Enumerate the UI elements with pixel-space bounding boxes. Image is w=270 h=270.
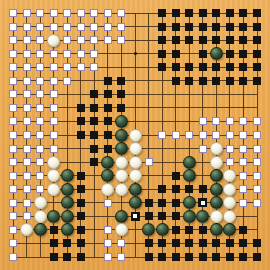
white-stone-R4[interactable] bbox=[223, 210, 236, 223]
black-territory-mark-H14[interactable] bbox=[104, 77, 112, 85]
white-territory-mark-J17[interactable] bbox=[117, 36, 125, 44]
white-territory-mark-C17[interactable] bbox=[36, 36, 44, 44]
white-territory-mark-A16[interactable] bbox=[9, 50, 17, 58]
black-territory-mark-N18[interactable] bbox=[172, 23, 180, 31]
white-territory-mark-A14[interactable] bbox=[9, 77, 17, 85]
black-stone-D4[interactable] bbox=[47, 210, 60, 223]
black-territory-mark-P17[interactable] bbox=[199, 36, 207, 44]
black-territory-mark-T2[interactable] bbox=[253, 239, 261, 247]
black-territory-mark-P15[interactable] bbox=[199, 63, 207, 71]
white-territory-mark-B5[interactable] bbox=[23, 199, 31, 207]
white-territory-mark-F18[interactable] bbox=[77, 23, 85, 31]
black-territory-mark-F6[interactable] bbox=[77, 185, 85, 193]
black-stone-Q7[interactable] bbox=[210, 169, 223, 182]
white-stone-Q8[interactable] bbox=[210, 156, 223, 169]
white-territory-mark-M10[interactable] bbox=[158, 131, 166, 139]
white-territory-mark-G17[interactable] bbox=[90, 36, 98, 44]
hoshi-point-K16 bbox=[134, 52, 137, 55]
black-territory-mark-L2[interactable] bbox=[145, 239, 153, 247]
black-territory-mark-F12[interactable] bbox=[77, 104, 85, 112]
black-territory-mark-E2[interactable] bbox=[63, 239, 71, 247]
white-territory-mark-A10[interactable] bbox=[9, 131, 17, 139]
black-territory-mark-E1[interactable] bbox=[63, 253, 71, 261]
white-territory-mark-E18[interactable] bbox=[63, 23, 71, 31]
black-stone-O7[interactable] bbox=[183, 169, 196, 182]
black-stone-Q5[interactable] bbox=[210, 196, 223, 209]
black-territory-mark-S18[interactable] bbox=[239, 23, 247, 31]
white-territory-mark-A13[interactable] bbox=[9, 90, 17, 98]
black-territory-mark-P6[interactable] bbox=[199, 185, 207, 193]
white-territory-mark-B15[interactable] bbox=[23, 63, 31, 71]
white-stone-C5[interactable] bbox=[34, 196, 47, 209]
black-stone-L3[interactable] bbox=[142, 223, 155, 236]
black-territory-mark-R14[interactable] bbox=[226, 77, 234, 85]
white-territory-mark-A5[interactable] bbox=[9, 199, 17, 207]
white-territory-mark-B7[interactable] bbox=[23, 172, 31, 180]
black-territory-mark-T19[interactable] bbox=[253, 9, 261, 17]
white-territory-mark-D12[interactable] bbox=[50, 104, 58, 112]
black-stone-J10[interactable] bbox=[115, 129, 128, 142]
black-territory-mark-P2[interactable] bbox=[199, 239, 207, 247]
white-territory-mark-E15[interactable] bbox=[63, 63, 71, 71]
white-territory-mark-F17[interactable] bbox=[77, 36, 85, 44]
black-territory-mark-Q14[interactable] bbox=[212, 77, 220, 85]
white-territory-mark-T10[interactable] bbox=[253, 131, 261, 139]
white-territory-mark-S5[interactable] bbox=[239, 199, 247, 207]
white-territory-mark-B16[interactable] bbox=[23, 50, 31, 58]
white-territory-mark-B14[interactable] bbox=[23, 77, 31, 85]
white-stone-D8[interactable] bbox=[47, 156, 60, 169]
black-territory-mark-F11[interactable] bbox=[77, 117, 85, 125]
black-territory-mark-Q19[interactable] bbox=[212, 9, 220, 17]
black-territory-mark-N16[interactable] bbox=[172, 50, 180, 58]
black-territory-mark-P14[interactable] bbox=[199, 77, 207, 85]
white-territory-mark-B18[interactable] bbox=[23, 23, 31, 31]
white-territory-mark-D16[interactable] bbox=[50, 50, 58, 58]
black-territory-mark-F5[interactable] bbox=[77, 199, 85, 207]
black-stone-Q3[interactable] bbox=[210, 223, 223, 236]
black-territory-mark-M18[interactable] bbox=[158, 23, 166, 31]
white-territory-mark-B4[interactable] bbox=[23, 212, 31, 220]
white-territory-mark-B17[interactable] bbox=[23, 36, 31, 44]
white-territory-mark-P9[interactable] bbox=[199, 145, 207, 153]
black-stone-C3[interactable] bbox=[34, 223, 47, 236]
white-territory-mark-N10[interactable] bbox=[172, 131, 180, 139]
black-territory-mark-S3[interactable] bbox=[239, 226, 247, 234]
black-stone-J9[interactable] bbox=[115, 142, 128, 155]
white-territory-mark-D19[interactable] bbox=[50, 9, 58, 17]
black-territory-mark-M2[interactable] bbox=[158, 239, 166, 247]
black-territory-mark-Q1[interactable] bbox=[212, 253, 220, 261]
white-stone-R6[interactable] bbox=[223, 183, 236, 196]
black-territory-mark-P19[interactable] bbox=[199, 9, 207, 17]
black-territory-mark-L4[interactable] bbox=[145, 212, 153, 220]
white-territory-mark-C10[interactable] bbox=[36, 131, 44, 139]
white-territory-mark-B10[interactable] bbox=[23, 131, 31, 139]
white-territory-mark-C15[interactable] bbox=[36, 63, 44, 71]
black-territory-mark-G13[interactable] bbox=[90, 90, 98, 98]
white-territory-mark-C19[interactable] bbox=[36, 9, 44, 17]
black-territory-mark-F10[interactable] bbox=[77, 131, 85, 139]
white-stone-J3[interactable] bbox=[115, 223, 128, 236]
black-territory-mark-T15[interactable] bbox=[253, 63, 261, 71]
black-stone-O8[interactable] bbox=[183, 156, 196, 169]
black-territory-mark-P16[interactable] bbox=[199, 50, 207, 58]
white-territory-mark-E16[interactable] bbox=[63, 50, 71, 58]
black-stone-E7[interactable] bbox=[61, 169, 74, 182]
white-territory-mark-S9[interactable] bbox=[239, 145, 247, 153]
white-stone-K8[interactable] bbox=[129, 156, 142, 169]
black-territory-mark-T16[interactable] bbox=[253, 50, 261, 58]
black-territory-mark-F1[interactable] bbox=[77, 253, 85, 261]
black-territory-mark-P18[interactable] bbox=[199, 23, 207, 31]
black-territory-mark-M17[interactable] bbox=[158, 36, 166, 44]
white-stone-J6[interactable] bbox=[115, 183, 128, 196]
black-territory-mark-R18[interactable] bbox=[226, 23, 234, 31]
black-territory-mark-D1[interactable] bbox=[50, 253, 58, 261]
white-territory-mark-A1[interactable] bbox=[9, 253, 17, 261]
white-territory-mark-A12[interactable] bbox=[9, 104, 17, 112]
marked-point-P5[interactable] bbox=[198, 198, 207, 207]
black-territory-mark-G11[interactable] bbox=[90, 117, 98, 125]
mark-center-dot bbox=[201, 201, 205, 205]
black-territory-mark-P3[interactable] bbox=[199, 226, 207, 234]
black-territory-mark-L5[interactable] bbox=[145, 199, 153, 207]
goban[interactable] bbox=[0, 0, 270, 270]
white-territory-mark-A7[interactable] bbox=[9, 172, 17, 180]
black-territory-mark-Q15[interactable] bbox=[212, 63, 220, 71]
white-territory-mark-H17[interactable] bbox=[104, 36, 112, 44]
black-stone-H8[interactable] bbox=[101, 156, 114, 169]
black-stone-Q6[interactable] bbox=[210, 183, 223, 196]
black-territory-mark-O14[interactable] bbox=[185, 77, 193, 85]
white-stone-J7[interactable] bbox=[115, 169, 128, 182]
white-territory-mark-R11[interactable] bbox=[226, 117, 234, 125]
white-territory-mark-S11[interactable] bbox=[239, 117, 247, 125]
black-territory-mark-S17[interactable] bbox=[239, 36, 247, 44]
white-territory-mark-G19[interactable] bbox=[90, 9, 98, 17]
white-territory-mark-D11[interactable] bbox=[50, 117, 58, 125]
white-territory-mark-A11[interactable] bbox=[9, 117, 17, 125]
white-stone-J8[interactable] bbox=[115, 156, 128, 169]
white-territory-mark-G18[interactable] bbox=[90, 23, 98, 31]
white-territory-mark-Q11[interactable] bbox=[212, 117, 220, 125]
white-territory-mark-B12[interactable] bbox=[23, 104, 31, 112]
black-territory-mark-R15[interactable] bbox=[226, 63, 234, 71]
black-territory-mark-M5[interactable] bbox=[158, 199, 166, 207]
white-territory-mark-P10[interactable] bbox=[199, 131, 207, 139]
black-stone-E6[interactable] bbox=[61, 183, 74, 196]
black-territory-mark-F4[interactable] bbox=[77, 212, 85, 220]
white-territory-mark-H18[interactable] bbox=[104, 23, 112, 31]
black-territory-mark-R17[interactable] bbox=[226, 36, 234, 44]
white-territory-mark-H3[interactable] bbox=[104, 226, 112, 234]
white-territory-mark-B13[interactable] bbox=[23, 90, 31, 98]
black-territory-mark-J12[interactable] bbox=[117, 104, 125, 112]
white-territory-mark-F16[interactable] bbox=[77, 50, 85, 58]
black-territory-mark-R16[interactable] bbox=[226, 50, 234, 58]
black-territory-mark-H12[interactable] bbox=[104, 104, 112, 112]
white-territory-mark-P11[interactable] bbox=[199, 117, 207, 125]
black-territory-mark-O17[interactable] bbox=[185, 36, 193, 44]
black-stone-Q16[interactable] bbox=[210, 47, 223, 60]
white-territory-mark-A4[interactable] bbox=[9, 212, 17, 220]
black-territory-mark-R1[interactable] bbox=[226, 253, 234, 261]
white-territory-mark-H5[interactable] bbox=[104, 199, 112, 207]
white-territory-mark-S7[interactable] bbox=[239, 172, 247, 180]
white-stone-R5[interactable] bbox=[223, 196, 236, 209]
black-territory-mark-T17[interactable] bbox=[253, 36, 261, 44]
white-territory-mark-B8[interactable] bbox=[23, 158, 31, 166]
black-territory-mark-F7[interactable] bbox=[77, 172, 85, 180]
white-territory-mark-E14[interactable] bbox=[63, 77, 71, 85]
black-territory-mark-S19[interactable] bbox=[239, 9, 247, 17]
black-stone-K5[interactable] bbox=[129, 196, 142, 209]
white-territory-mark-J19[interactable] bbox=[117, 9, 125, 17]
black-territory-mark-S2[interactable] bbox=[239, 239, 247, 247]
black-territory-mark-H11[interactable] bbox=[104, 117, 112, 125]
white-territory-mark-T11[interactable] bbox=[253, 117, 261, 125]
black-stone-P4[interactable] bbox=[196, 210, 209, 223]
white-territory-mark-H2[interactable] bbox=[104, 239, 112, 247]
white-territory-mark-J1[interactable] bbox=[117, 253, 125, 261]
black-territory-mark-N19[interactable] bbox=[172, 9, 180, 17]
white-territory-mark-T9[interactable] bbox=[253, 145, 261, 153]
white-territory-mark-H19[interactable] bbox=[104, 9, 112, 17]
white-territory-mark-T8[interactable] bbox=[253, 158, 261, 166]
black-territory-mark-N14[interactable] bbox=[172, 77, 180, 85]
white-territory-mark-R9[interactable] bbox=[226, 145, 234, 153]
black-territory-mark-O15[interactable] bbox=[185, 63, 193, 71]
black-territory-mark-G9[interactable] bbox=[90, 145, 98, 153]
black-territory-mark-J13[interactable] bbox=[117, 90, 125, 98]
black-territory-mark-Q17[interactable] bbox=[212, 36, 220, 44]
white-territory-mark-G15[interactable] bbox=[90, 63, 98, 71]
black-territory-mark-N5[interactable] bbox=[172, 199, 180, 207]
black-territory-mark-F3[interactable] bbox=[77, 226, 85, 234]
black-territory-mark-O3[interactable] bbox=[185, 226, 193, 234]
grid-vline bbox=[148, 13, 149, 257]
white-stone-K7[interactable] bbox=[129, 169, 142, 182]
white-territory-mark-C7[interactable] bbox=[36, 172, 44, 180]
white-stone-Q9[interactable] bbox=[210, 142, 223, 155]
black-territory-mark-O19[interactable] bbox=[185, 9, 193, 17]
black-territory-mark-N4[interactable] bbox=[172, 212, 180, 220]
black-territory-mark-L1[interactable] bbox=[145, 253, 153, 261]
white-territory-mark-O10[interactable] bbox=[185, 131, 193, 139]
black-territory-mark-T14[interactable] bbox=[253, 77, 261, 85]
black-territory-mark-G8[interactable] bbox=[90, 158, 98, 166]
black-territory-mark-G12[interactable] bbox=[90, 104, 98, 112]
white-territory-mark-J2[interactable] bbox=[117, 239, 125, 247]
black-stone-E4[interactable] bbox=[61, 210, 74, 223]
black-stone-J11[interactable] bbox=[115, 115, 128, 128]
black-territory-mark-T1[interactable] bbox=[253, 253, 261, 261]
white-territory-mark-T7[interactable] bbox=[253, 172, 261, 180]
black-territory-mark-N1[interactable] bbox=[172, 253, 180, 261]
black-stone-O4[interactable] bbox=[183, 210, 196, 223]
white-territory-mark-C11[interactable] bbox=[36, 117, 44, 125]
black-territory-mark-N7[interactable] bbox=[172, 172, 180, 180]
black-territory-mark-S1[interactable] bbox=[239, 253, 247, 261]
black-territory-mark-F2[interactable] bbox=[77, 239, 85, 247]
white-territory-mark-A19[interactable] bbox=[9, 9, 17, 17]
white-stone-R7[interactable] bbox=[223, 169, 236, 182]
black-territory-mark-O18[interactable] bbox=[185, 23, 193, 31]
black-territory-mark-R19[interactable] bbox=[226, 9, 234, 17]
white-stone-C4[interactable] bbox=[34, 210, 47, 223]
white-territory-mark-B19[interactable] bbox=[23, 9, 31, 17]
black-territory-mark-J14[interactable] bbox=[117, 77, 125, 85]
white-stone-D17[interactable] bbox=[47, 34, 60, 47]
white-territory-mark-D9[interactable] bbox=[50, 145, 58, 153]
black-territory-mark-T18[interactable] bbox=[253, 23, 261, 31]
marked-point-K4[interactable] bbox=[131, 212, 140, 221]
black-territory-mark-R2[interactable] bbox=[226, 239, 234, 247]
black-stone-R3[interactable] bbox=[223, 223, 236, 236]
black-territory-mark-S15[interactable] bbox=[239, 63, 247, 71]
white-territory-mark-S10[interactable] bbox=[239, 131, 247, 139]
black-territory-mark-Q18[interactable] bbox=[212, 23, 220, 31]
black-territory-mark-Q2[interactable] bbox=[212, 239, 220, 247]
white-territory-mark-B9[interactable] bbox=[23, 145, 31, 153]
white-stone-K10[interactable] bbox=[129, 129, 142, 142]
black-territory-mark-N3[interactable] bbox=[172, 226, 180, 234]
black-stone-K6[interactable] bbox=[129, 183, 142, 196]
black-territory-mark-D3[interactable] bbox=[50, 226, 58, 234]
white-territory-mark-D14[interactable] bbox=[50, 77, 58, 85]
white-territory-mark-A6[interactable] bbox=[9, 185, 17, 193]
white-territory-mark-R10[interactable] bbox=[226, 131, 234, 139]
black-territory-mark-M6[interactable] bbox=[158, 185, 166, 193]
white-territory-mark-C18[interactable] bbox=[36, 23, 44, 31]
white-territory-mark-C8[interactable] bbox=[36, 158, 44, 166]
black-territory-mark-O2[interactable] bbox=[185, 239, 193, 247]
white-territory-mark-J18[interactable] bbox=[117, 23, 125, 31]
white-territory-mark-T5[interactable] bbox=[253, 199, 261, 207]
white-territory-mark-T6[interactable] bbox=[253, 185, 261, 193]
white-territory-mark-D13[interactable] bbox=[50, 90, 58, 98]
white-territory-mark-C14[interactable] bbox=[36, 77, 44, 85]
black-territory-mark-O6[interactable] bbox=[185, 185, 193, 193]
black-territory-mark-M1[interactable] bbox=[158, 253, 166, 261]
black-territory-mark-H10[interactable] bbox=[104, 131, 112, 139]
white-territory-mark-E19[interactable] bbox=[63, 9, 71, 17]
black-territory-mark-M19[interactable] bbox=[158, 9, 166, 17]
white-territory-mark-C13[interactable] bbox=[36, 90, 44, 98]
black-territory-mark-N6[interactable] bbox=[172, 185, 180, 193]
black-stone-E3[interactable] bbox=[61, 223, 74, 236]
white-territory-mark-E17[interactable] bbox=[63, 36, 71, 44]
black-territory-mark-N2[interactable] bbox=[172, 239, 180, 247]
white-territory-mark-D15[interactable] bbox=[50, 63, 58, 71]
white-territory-mark-B6[interactable] bbox=[23, 185, 31, 193]
white-territory-mark-A8[interactable] bbox=[9, 158, 17, 166]
white-territory-mark-D18[interactable] bbox=[50, 23, 58, 31]
black-territory-mark-D2[interactable] bbox=[50, 239, 58, 247]
black-territory-mark-S16[interactable] bbox=[239, 50, 247, 58]
white-territory-mark-A17[interactable] bbox=[9, 36, 17, 44]
black-territory-mark-N15[interactable] bbox=[172, 63, 180, 71]
white-territory-mark-A9[interactable] bbox=[9, 145, 17, 153]
white-stone-K9[interactable] bbox=[129, 142, 142, 155]
white-territory-mark-G16[interactable] bbox=[90, 50, 98, 58]
white-stone-H6[interactable] bbox=[101, 183, 114, 196]
white-stone-D7[interactable] bbox=[47, 169, 60, 182]
black-territory-mark-H13[interactable] bbox=[104, 90, 112, 98]
white-territory-mark-S8[interactable] bbox=[239, 158, 247, 166]
white-territory-mark-C6[interactable] bbox=[36, 185, 44, 193]
black-territory-mark-O1[interactable] bbox=[185, 253, 193, 261]
black-territory-mark-M4[interactable] bbox=[158, 212, 166, 220]
black-stone-O5[interactable] bbox=[183, 196, 196, 209]
white-territory-mark-A15[interactable] bbox=[9, 63, 17, 71]
white-territory-mark-C12[interactable] bbox=[36, 104, 44, 112]
black-stone-M3[interactable] bbox=[156, 223, 169, 236]
white-territory-mark-S6[interactable] bbox=[239, 185, 247, 193]
white-territory-mark-A18[interactable] bbox=[9, 23, 17, 31]
white-territory-mark-C16[interactable] bbox=[36, 50, 44, 58]
white-territory-mark-L8[interactable] bbox=[145, 158, 153, 166]
white-stone-Q4[interactable] bbox=[210, 210, 223, 223]
white-territory-mark-A2[interactable] bbox=[9, 239, 17, 247]
white-stone-D6[interactable] bbox=[47, 183, 60, 196]
black-territory-mark-H9[interactable] bbox=[104, 145, 112, 153]
black-territory-mark-M15[interactable] bbox=[158, 63, 166, 71]
white-territory-mark-C9[interactable] bbox=[36, 145, 44, 153]
white-territory-mark-R8[interactable] bbox=[226, 158, 234, 166]
black-territory-mark-P1[interactable] bbox=[199, 253, 207, 261]
white-territory-mark-F19[interactable] bbox=[77, 9, 85, 17]
black-territory-mark-N17[interactable] bbox=[172, 36, 180, 44]
white-territory-mark-F15[interactable] bbox=[77, 63, 85, 71]
black-territory-mark-G10[interactable] bbox=[90, 131, 98, 139]
black-stone-J4[interactable] bbox=[115, 210, 128, 223]
white-territory-mark-B11[interactable] bbox=[23, 117, 31, 125]
black-territory-mark-M16[interactable] bbox=[158, 50, 166, 58]
black-territory-mark-S14[interactable] bbox=[239, 77, 247, 85]
white-territory-mark-A3[interactable] bbox=[9, 226, 17, 234]
white-territory-mark-D10[interactable] bbox=[50, 131, 58, 139]
white-stone-B3[interactable] bbox=[20, 223, 33, 236]
white-territory-mark-H1[interactable] bbox=[104, 253, 112, 261]
mark-center-dot bbox=[133, 214, 137, 218]
black-stone-H7[interactable] bbox=[101, 169, 114, 182]
white-territory-mark-Q10[interactable] bbox=[212, 131, 220, 139]
black-stone-E5[interactable] bbox=[61, 196, 74, 209]
